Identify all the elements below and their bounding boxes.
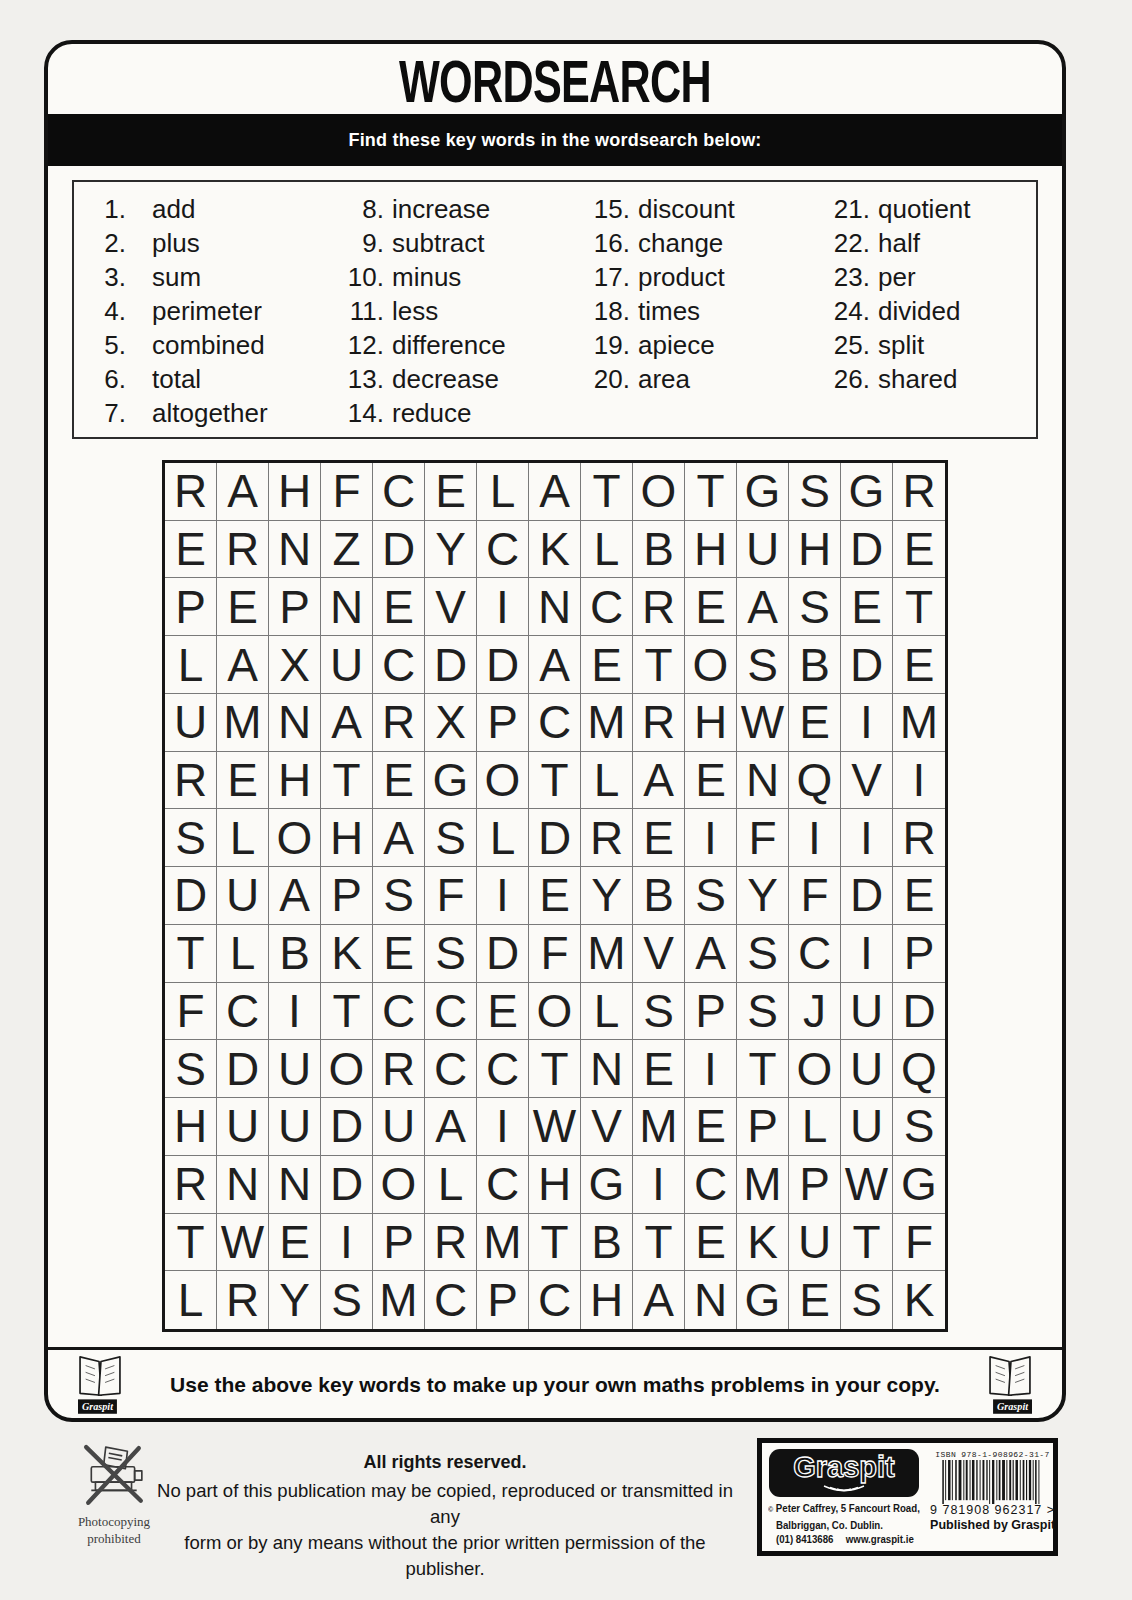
grid-cell: L bbox=[477, 463, 529, 521]
word-list-item: 18.times bbox=[586, 296, 826, 330]
word-number: 24. bbox=[826, 296, 870, 327]
grid-cell: I bbox=[477, 578, 529, 636]
grid-cell: S bbox=[165, 809, 217, 867]
instruction-banner: Find these key words in the wordsearch b… bbox=[48, 114, 1062, 166]
word-text: split bbox=[878, 330, 924, 361]
grid-cell: S bbox=[685, 867, 737, 925]
grid-cell: D bbox=[841, 521, 893, 579]
grid-cell: Y bbox=[581, 867, 633, 925]
grid-cell: F bbox=[789, 867, 841, 925]
word-text: discount bbox=[638, 194, 735, 225]
rights-line: No part of this publication may be copie… bbox=[150, 1478, 740, 1530]
word-list-item: 4.perimeter bbox=[92, 296, 340, 330]
grid-cell: E bbox=[685, 1098, 737, 1156]
grid-cell: W bbox=[217, 1214, 269, 1272]
grid-cell: D bbox=[529, 809, 581, 867]
word-list-item: 21.quotient bbox=[826, 194, 1036, 228]
grid-cell: A bbox=[269, 867, 321, 925]
grid-cell: M bbox=[373, 1271, 425, 1329]
grid-cell: A bbox=[633, 752, 685, 810]
word-text: subtract bbox=[392, 228, 485, 259]
grid-cell: U bbox=[373, 1098, 425, 1156]
grid-cell: T bbox=[633, 636, 685, 694]
word-text: plus bbox=[152, 228, 200, 259]
grid-cell: I bbox=[789, 809, 841, 867]
word-number: 15. bbox=[586, 194, 630, 225]
grid-cell: X bbox=[425, 694, 477, 752]
word-number: 22. bbox=[826, 228, 870, 259]
grid-cell: Y bbox=[269, 1271, 321, 1329]
grid-cell: B bbox=[269, 925, 321, 983]
grid-cell: J bbox=[789, 983, 841, 1041]
grid-cell: K bbox=[893, 1271, 945, 1329]
word-list-item: 24.divided bbox=[826, 296, 1036, 330]
word-text: decrease bbox=[392, 364, 499, 395]
grid-cell: S bbox=[789, 578, 841, 636]
grid-cell: P bbox=[685, 983, 737, 1041]
grid-cell: U bbox=[737, 521, 789, 579]
word-list-item: 8.increase bbox=[340, 194, 586, 228]
grid-cell: N bbox=[269, 521, 321, 579]
grid-cell: H bbox=[581, 1271, 633, 1329]
grid-cell: M bbox=[581, 694, 633, 752]
grid-cell: U bbox=[321, 636, 373, 694]
grid-cell: P bbox=[269, 578, 321, 636]
grid-cell: R bbox=[165, 463, 217, 521]
grid-cell: N bbox=[269, 694, 321, 752]
grid-cell: A bbox=[529, 636, 581, 694]
grid-cell: R bbox=[581, 809, 633, 867]
grid-cell: A bbox=[737, 578, 789, 636]
grid-cell: D bbox=[373, 521, 425, 579]
grid-cell: U bbox=[841, 1098, 893, 1156]
grid-cell: N bbox=[581, 1040, 633, 1098]
word-list-item: 22.half bbox=[826, 228, 1036, 262]
word-number: 8. bbox=[340, 194, 384, 225]
grid-cell: D bbox=[841, 867, 893, 925]
grid-cell: T bbox=[581, 463, 633, 521]
grid-cell: D bbox=[165, 867, 217, 925]
grid-cell: M bbox=[217, 694, 269, 752]
grid-cell: H bbox=[269, 752, 321, 810]
grid-container: RAHFCELATOTGSGRERNZDYCKLBHUHDEPEPNEVINCR… bbox=[48, 460, 1062, 1332]
grid-cell: R bbox=[893, 809, 945, 867]
grid-cell: E bbox=[841, 578, 893, 636]
grid-cell: H bbox=[789, 521, 841, 579]
word-text: times bbox=[638, 296, 700, 327]
publisher-phone: (01) 8413686 bbox=[776, 1532, 834, 1547]
grid-cell: D bbox=[893, 983, 945, 1041]
grid-cell: G bbox=[841, 463, 893, 521]
word-text: half bbox=[878, 228, 920, 259]
word-number: 20. bbox=[586, 364, 630, 395]
grid-cell: Z bbox=[321, 521, 373, 579]
grid-cell: U bbox=[217, 1098, 269, 1156]
grid-cell: H bbox=[321, 809, 373, 867]
grid-cell: I bbox=[321, 1214, 373, 1272]
word-number: 13. bbox=[340, 364, 384, 395]
grid-cell: A bbox=[633, 1271, 685, 1329]
word-text: perimeter bbox=[152, 296, 262, 327]
word-list-item: 20.area bbox=[586, 364, 826, 398]
grid-cell: C bbox=[685, 1156, 737, 1214]
word-list-item: 11.less bbox=[340, 296, 586, 330]
word-list-column: 8.increase9.subtract10.minus11.less12.di… bbox=[340, 194, 586, 437]
grid-cell: A bbox=[373, 809, 425, 867]
grid-cell: E bbox=[893, 636, 945, 694]
instruction-banner-text: Find these key words in the wordsearch b… bbox=[348, 130, 761, 151]
grid-cell: Q bbox=[789, 752, 841, 810]
grid-cell: V bbox=[633, 925, 685, 983]
grid-cell: V bbox=[841, 752, 893, 810]
wordsearch-grid: RAHFCELATOTGSGRERNZDYCKLBHUHDEPEPNEVINCR… bbox=[162, 460, 948, 1332]
word-number: 6. bbox=[92, 364, 126, 395]
grid-cell: V bbox=[581, 1098, 633, 1156]
copyright-symbol: © bbox=[768, 1503, 773, 1518]
grid-cell: T bbox=[165, 925, 217, 983]
grid-cell: C bbox=[217, 983, 269, 1041]
grid-cell: C bbox=[477, 1156, 529, 1214]
grid-cell: D bbox=[321, 1098, 373, 1156]
word-text: reduce bbox=[392, 398, 472, 429]
grid-cell: C bbox=[529, 694, 581, 752]
word-number: 18. bbox=[586, 296, 630, 327]
grid-cell: L bbox=[165, 636, 217, 694]
word-text: quotient bbox=[878, 194, 971, 225]
grid-cell: T bbox=[893, 578, 945, 636]
grid-cell: S bbox=[165, 1040, 217, 1098]
grid-cell: P bbox=[893, 925, 945, 983]
grid-cell: A bbox=[425, 1098, 477, 1156]
grid-cell: H bbox=[165, 1098, 217, 1156]
word-text: change bbox=[638, 228, 723, 259]
grid-cell: C bbox=[425, 1271, 477, 1329]
grid-cell: E bbox=[581, 636, 633, 694]
word-text: product bbox=[638, 262, 725, 293]
grid-cell: E bbox=[165, 521, 217, 579]
worksheet-frame: WORDSEARCH Find these key words in the w… bbox=[44, 40, 1066, 1422]
grid-cell: A bbox=[217, 463, 269, 521]
publisher-box: Graspit © Peter Caffrey, 5 Fancourt Road… bbox=[757, 1438, 1058, 1556]
grid-cell: A bbox=[685, 925, 737, 983]
grid-cell: M bbox=[477, 1214, 529, 1272]
book-logo-label: Graspit bbox=[82, 1401, 114, 1412]
photocopying-prohibited-block: Photocopying prohibited bbox=[64, 1444, 164, 1546]
word-list-item: 25.split bbox=[826, 330, 1036, 364]
word-number: 1. bbox=[92, 194, 126, 225]
footer-strip: Graspit Use the above key words to make … bbox=[48, 1350, 1062, 1419]
grid-cell: A bbox=[321, 694, 373, 752]
grid-cell: E bbox=[685, 578, 737, 636]
word-list-item: 3.sum bbox=[92, 262, 340, 296]
page-title: WORDSEARCH bbox=[190, 58, 920, 106]
word-number: 7. bbox=[92, 398, 126, 429]
grid-cell: P bbox=[373, 1214, 425, 1272]
grid-cell: E bbox=[269, 1214, 321, 1272]
grid-cell: R bbox=[893, 463, 945, 521]
grid-cell: E bbox=[685, 1214, 737, 1272]
book-logo-label: Graspit bbox=[997, 1401, 1029, 1412]
grid-cell: L bbox=[425, 1156, 477, 1214]
grid-cell: I bbox=[841, 925, 893, 983]
grid-cell: N bbox=[269, 1156, 321, 1214]
grid-cell: O bbox=[373, 1156, 425, 1214]
grid-cell: T bbox=[321, 752, 373, 810]
grid-cell: L bbox=[477, 809, 529, 867]
footer-instruction: Use the above key words to make up your … bbox=[132, 1373, 978, 1397]
grid-cell: B bbox=[789, 636, 841, 694]
grid-cell: T bbox=[841, 1214, 893, 1272]
grid-cell: L bbox=[581, 983, 633, 1041]
word-list-item: 26.shared bbox=[826, 364, 1036, 398]
word-list-item: 13.decrease bbox=[340, 364, 586, 398]
address-line2: Balbriggan, Co. Dublin. bbox=[768, 1518, 907, 1533]
graspit-book-logo-icon: Graspit bbox=[978, 1352, 1042, 1418]
grid-cell: S bbox=[737, 925, 789, 983]
grid-cell: M bbox=[737, 1156, 789, 1214]
word-number: 3. bbox=[92, 262, 126, 293]
word-text: combined bbox=[152, 330, 265, 361]
word-text: apiece bbox=[638, 330, 715, 361]
word-text: total bbox=[152, 364, 201, 395]
grid-cell: N bbox=[685, 1271, 737, 1329]
grid-cell: O bbox=[529, 983, 581, 1041]
grid-cell: E bbox=[529, 867, 581, 925]
grid-cell: S bbox=[737, 636, 789, 694]
barcode-number: 9 781908 962317 > bbox=[930, 1503, 1055, 1517]
grid-cell: R bbox=[217, 521, 269, 579]
grid-cell: E bbox=[789, 1271, 841, 1329]
grid-cell: H bbox=[269, 463, 321, 521]
grid-cell: C bbox=[529, 1271, 581, 1329]
word-list-item: 1.add bbox=[92, 194, 340, 228]
grid-cell: L bbox=[581, 752, 633, 810]
word-list-item: 7.altogether bbox=[92, 398, 340, 432]
publisher-address: © Peter Caffrey, 5 Fancourt Road, Balbri… bbox=[768, 1501, 907, 1547]
word-number: 14. bbox=[340, 398, 384, 429]
grid-cell: P bbox=[477, 1271, 529, 1329]
grid-cell: S bbox=[373, 867, 425, 925]
grid-cell: K bbox=[529, 521, 581, 579]
grid-cell: S bbox=[789, 463, 841, 521]
grid-cell: F bbox=[321, 463, 373, 521]
word-number: 17. bbox=[586, 262, 630, 293]
word-number: 12. bbox=[340, 330, 384, 361]
isbn-barcode bbox=[939, 1460, 1047, 1504]
word-number: 2. bbox=[92, 228, 126, 259]
grid-cell: F bbox=[893, 1214, 945, 1272]
grid-cell: N bbox=[321, 578, 373, 636]
word-list-item: 23.per bbox=[826, 262, 1036, 296]
rights-title: All rights reserved. bbox=[150, 1452, 740, 1473]
grid-cell: E bbox=[217, 578, 269, 636]
grid-cell: S bbox=[425, 925, 477, 983]
grid-cell: Q bbox=[893, 1040, 945, 1098]
grid-cell: L bbox=[217, 809, 269, 867]
grid-cell: S bbox=[841, 1271, 893, 1329]
word-text: less bbox=[392, 296, 438, 327]
word-list: 1.add2.plus3.sum4.perimeter5.combined6.t… bbox=[72, 180, 1038, 439]
grid-cell: O bbox=[633, 463, 685, 521]
grid-cell: R bbox=[633, 694, 685, 752]
grid-cell: C bbox=[373, 983, 425, 1041]
grid-cell: G bbox=[581, 1156, 633, 1214]
grid-cell: I bbox=[633, 1156, 685, 1214]
word-list-item: 12.difference bbox=[340, 330, 586, 364]
grid-cell: P bbox=[789, 1156, 841, 1214]
grid-cell: L bbox=[217, 925, 269, 983]
grid-cell: E bbox=[373, 578, 425, 636]
word-text: increase bbox=[392, 194, 490, 225]
grid-cell: C bbox=[581, 578, 633, 636]
grid-cell: U bbox=[841, 983, 893, 1041]
graspit-logo: Graspit bbox=[768, 1448, 920, 1498]
grid-cell: C bbox=[373, 463, 425, 521]
isbn-block: ISBN 978-1-908962-31-7 9 781908 96231 bbox=[930, 1448, 1055, 1548]
grid-cell: D bbox=[425, 636, 477, 694]
photocopying-prohibited-icon bbox=[81, 1444, 147, 1508]
grid-cell: K bbox=[321, 925, 373, 983]
grid-cell: U bbox=[841, 1040, 893, 1098]
publisher-website: www.graspit.ie bbox=[846, 1532, 914, 1547]
grid-cell: V bbox=[425, 578, 477, 636]
grid-cell: E bbox=[217, 752, 269, 810]
grid-cell: S bbox=[737, 983, 789, 1041]
word-number: 25. bbox=[826, 330, 870, 361]
grid-cell: E bbox=[893, 521, 945, 579]
word-number: 10. bbox=[340, 262, 384, 293]
grid-cell: N bbox=[529, 578, 581, 636]
grid-cell: I bbox=[841, 694, 893, 752]
grid-cell: S bbox=[893, 1098, 945, 1156]
grid-cell: D bbox=[321, 1156, 373, 1214]
grid-cell: R bbox=[165, 1156, 217, 1214]
grid-cell: D bbox=[841, 636, 893, 694]
grid-cell: T bbox=[737, 1040, 789, 1098]
grid-cell: R bbox=[373, 694, 425, 752]
photocopy-caption-line2: prohibited bbox=[64, 1531, 164, 1546]
grid-cell: T bbox=[165, 1214, 217, 1272]
word-list-item: 14.reduce bbox=[340, 398, 586, 432]
grid-cell: O bbox=[789, 1040, 841, 1098]
word-number: 19. bbox=[586, 330, 630, 361]
word-list-column: 15.discount16.change17.product18.times19… bbox=[586, 194, 826, 437]
grid-cell: Y bbox=[737, 867, 789, 925]
grid-cell: E bbox=[633, 809, 685, 867]
grid-cell: R bbox=[217, 1271, 269, 1329]
grid-cell: T bbox=[685, 463, 737, 521]
graspit-logo-text: Graspit bbox=[793, 1451, 895, 1483]
grid-cell: S bbox=[425, 809, 477, 867]
word-number: 16. bbox=[586, 228, 630, 259]
grid-cell: I bbox=[841, 809, 893, 867]
grid-cell: F bbox=[529, 925, 581, 983]
grid-cell: C bbox=[425, 983, 477, 1041]
grid-cell: R bbox=[373, 1040, 425, 1098]
grid-cell: G bbox=[893, 1156, 945, 1214]
grid-cell: E bbox=[477, 983, 529, 1041]
word-number: 21. bbox=[826, 194, 870, 225]
word-text: difference bbox=[392, 330, 506, 361]
grid-cell: I bbox=[685, 809, 737, 867]
grid-cell: H bbox=[529, 1156, 581, 1214]
word-number: 4. bbox=[92, 296, 126, 327]
word-list-item: 5.combined bbox=[92, 330, 340, 364]
word-list-item: 16.change bbox=[586, 228, 826, 262]
grid-cell: W bbox=[529, 1098, 581, 1156]
grid-cell: A bbox=[217, 636, 269, 694]
grid-cell: B bbox=[581, 1214, 633, 1272]
grid-cell: I bbox=[685, 1040, 737, 1098]
grid-cell: L bbox=[789, 1098, 841, 1156]
grid-cell: E bbox=[633, 1040, 685, 1098]
grid-cell: I bbox=[893, 752, 945, 810]
word-list-item: 19.apiece bbox=[586, 330, 826, 364]
grid-cell: S bbox=[633, 983, 685, 1041]
address-line1: Peter Caffrey, 5 Fancourt Road, bbox=[776, 1501, 920, 1516]
grid-cell: P bbox=[477, 694, 529, 752]
grid-cell: U bbox=[269, 1098, 321, 1156]
grid-cell: S bbox=[321, 1271, 373, 1329]
word-number: 23. bbox=[826, 262, 870, 293]
grid-cell: N bbox=[217, 1156, 269, 1214]
grid-cell: G bbox=[425, 752, 477, 810]
word-text: divided bbox=[878, 296, 960, 327]
grid-cell: H bbox=[685, 521, 737, 579]
grid-cell: U bbox=[165, 694, 217, 752]
grid-cell: I bbox=[477, 867, 529, 925]
grid-cell: F bbox=[737, 809, 789, 867]
grid-cell: O bbox=[477, 752, 529, 810]
grid-cell: R bbox=[165, 752, 217, 810]
grid-cell: L bbox=[581, 521, 633, 579]
grid-cell: U bbox=[789, 1214, 841, 1272]
grid-cell: G bbox=[737, 1271, 789, 1329]
grid-cell: I bbox=[477, 1098, 529, 1156]
grid-cell: C bbox=[425, 1040, 477, 1098]
grid-cell: D bbox=[477, 925, 529, 983]
grid-cell: W bbox=[737, 694, 789, 752]
word-number: 11. bbox=[340, 296, 384, 327]
word-list-item: 2.plus bbox=[92, 228, 340, 262]
grid-cell: K bbox=[737, 1214, 789, 1272]
grid-cell: F bbox=[165, 983, 217, 1041]
grid-cell: E bbox=[893, 867, 945, 925]
rights-line: form or by any means without the prior w… bbox=[150, 1530, 740, 1582]
grid-cell: T bbox=[529, 1214, 581, 1272]
grid-cell: C bbox=[789, 925, 841, 983]
grid-cell: R bbox=[633, 578, 685, 636]
grid-cell: T bbox=[633, 1214, 685, 1272]
grid-cell: F bbox=[425, 867, 477, 925]
grid-cell: H bbox=[685, 694, 737, 752]
word-list-item: 9.subtract bbox=[340, 228, 586, 262]
rights-block: All rights reserved. No part of this pub… bbox=[150, 1452, 740, 1582]
grid-cell: E bbox=[373, 752, 425, 810]
grid-cell: C bbox=[477, 521, 529, 579]
word-text: altogether bbox=[152, 398, 268, 429]
grid-cell: E bbox=[789, 694, 841, 752]
word-text: sum bbox=[152, 262, 201, 293]
word-list-column: 21.quotient22.half23.per24.divided25.spl… bbox=[826, 194, 1036, 437]
grid-cell: L bbox=[165, 1271, 217, 1329]
grid-cell: D bbox=[217, 1040, 269, 1098]
grid-cell: B bbox=[633, 867, 685, 925]
grid-cell: O bbox=[685, 636, 737, 694]
grid-cell: G bbox=[737, 463, 789, 521]
grid-cell: O bbox=[269, 809, 321, 867]
word-list-item: 15.discount bbox=[586, 194, 826, 228]
